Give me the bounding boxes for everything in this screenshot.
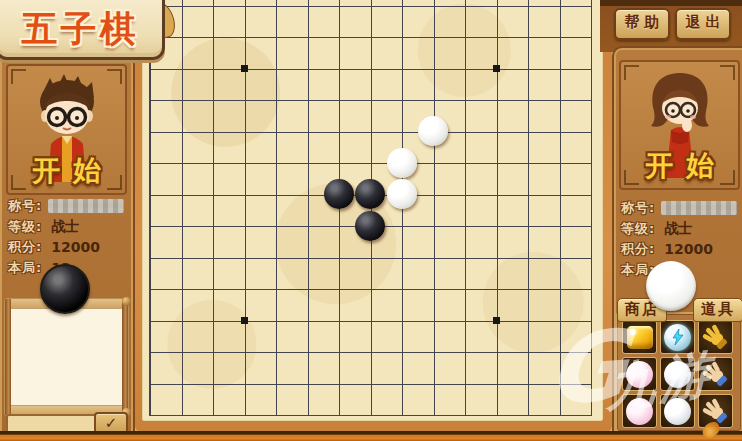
board-cell[interactable] [481, 273, 513, 305]
star-point [241, 317, 248, 324]
censored-player-name [48, 199, 124, 213]
board-cell[interactable] [260, 210, 292, 242]
board-cell[interactable] [166, 305, 198, 337]
board-cell[interactable] [449, 0, 481, 21]
board-cell[interactable] [323, 0, 355, 21]
board-cell[interactable] [229, 368, 261, 400]
item-slot-lightning-stone[interactable] [660, 320, 695, 354]
board-cell[interactable] [512, 305, 544, 337]
board-cell[interactable] [229, 84, 261, 116]
board-cell[interactable] [292, 336, 324, 368]
board-cell[interactable] [512, 399, 544, 431]
board-cell[interactable] [260, 305, 292, 337]
board-cell[interactable] [481, 21, 513, 53]
pink-stone-icon [626, 398, 653, 425]
board-cell[interactable] [292, 21, 324, 53]
board-cell[interactable] [260, 0, 292, 21]
board-cell[interactable] [418, 273, 450, 305]
board-cell[interactable] [544, 84, 576, 116]
board-cell[interactable] [323, 21, 355, 53]
board-cell[interactable] [481, 336, 513, 368]
board-cell[interactable] [355, 21, 387, 53]
board-cell[interactable] [512, 368, 544, 400]
info-value: 战士 [51, 218, 79, 236]
board-cell[interactable] [386, 147, 418, 179]
info-value: 12000 [51, 239, 100, 255]
board-cell[interactable] [449, 179, 481, 211]
board-cell[interactable] [260, 84, 292, 116]
board-cell[interactable] [134, 147, 166, 179]
board-cell[interactable] [292, 210, 324, 242]
right-avatar-frame: 开始 [619, 60, 740, 190]
board-cell[interactable] [449, 273, 481, 305]
right-player-panel: 开始 称号:等级:战士积分:12000本局:13 商店 道具 [612, 46, 742, 434]
board-cell[interactable] [512, 84, 544, 116]
board-cell[interactable] [512, 273, 544, 305]
board-cell[interactable] [418, 0, 450, 21]
board-cell[interactable] [481, 179, 513, 211]
board-cell[interactable] [292, 273, 324, 305]
item-slot-silver-stone[interactable] [660, 394, 695, 428]
board-cell[interactable] [418, 147, 450, 179]
gomoku-game-window: 五子棋 帮助 退出 [0, 0, 742, 441]
board-cell[interactable] [166, 242, 198, 274]
info-label: 称号: [8, 197, 42, 215]
board-cell[interactable] [134, 179, 166, 211]
board-cell[interactable] [481, 0, 513, 21]
board-cell[interactable] [323, 399, 355, 431]
board-cell[interactable] [260, 399, 292, 431]
item-slot-gold-hand[interactable] [698, 320, 733, 354]
board-cell[interactable] [355, 147, 387, 179]
board-cell[interactable] [323, 116, 355, 148]
scroll-rod [5, 299, 11, 415]
board-cell[interactable] [134, 273, 166, 305]
board-cell[interactable] [544, 336, 576, 368]
board-cell[interactable] [544, 273, 576, 305]
scroll-knob [122, 297, 131, 306]
lightning-stone-icon [664, 324, 691, 351]
board-cell[interactable] [544, 242, 576, 274]
board-cell[interactable] [355, 242, 387, 274]
info-label: 等级: [621, 220, 655, 238]
board-cell[interactable] [166, 116, 198, 148]
board-cell[interactable] [481, 242, 513, 274]
board-cell[interactable] [355, 210, 387, 242]
board-cell[interactable] [544, 179, 576, 211]
tab-items[interactable]: 道具 [693, 298, 742, 322]
board-cell[interactable] [166, 147, 198, 179]
board-cell[interactable] [229, 53, 261, 85]
board-cell[interactable] [355, 399, 387, 431]
pink-stone-icon [626, 361, 653, 388]
board-cell[interactable] [292, 305, 324, 337]
top-right-toolbar: 帮助 退出 [600, 0, 742, 52]
item-panel [615, 312, 742, 433]
board-cell[interactable] [323, 84, 355, 116]
board-cell[interactable] [197, 179, 229, 211]
left-avatar-frame: 开始 [6, 64, 127, 195]
board-cell[interactable] [260, 336, 292, 368]
info-label: 积分: [8, 238, 42, 256]
info-label: 称号: [621, 199, 655, 217]
board-cell[interactable] [292, 368, 324, 400]
board-cell[interactable] [418, 116, 450, 148]
board-cell[interactable] [418, 399, 450, 431]
info-value: 12000 [664, 241, 713, 257]
board-cell[interactable] [449, 84, 481, 116]
board-cell[interactable] [386, 0, 418, 21]
board-cell[interactable] [229, 179, 261, 211]
board-cell[interactable] [197, 305, 229, 337]
board-cell[interactable] [512, 210, 544, 242]
item-slot-blue-hand[interactable] [698, 357, 733, 391]
board-cell[interactable] [449, 53, 481, 85]
board-cell[interactable] [544, 21, 576, 53]
board-cell[interactable] [575, 116, 607, 148]
board-cell[interactable] [481, 84, 513, 116]
chat-scroll-panel [4, 298, 129, 416]
board-cell[interactable] [386, 305, 418, 337]
board-cell[interactable] [197, 147, 229, 179]
star-point [493, 65, 500, 72]
board-cell[interactable] [323, 305, 355, 337]
black-stone [355, 179, 385, 209]
board-cell[interactable] [386, 336, 418, 368]
board-cell[interactable] [575, 210, 607, 242]
board-cell[interactable] [449, 147, 481, 179]
board-cell[interactable] [292, 147, 324, 179]
board-cell[interactable] [386, 368, 418, 400]
board-cell[interactable] [386, 399, 418, 431]
board-cell[interactable] [166, 53, 198, 85]
board-cell[interactable] [386, 116, 418, 148]
board-cell[interactable] [575, 399, 607, 431]
board-cell[interactable] [575, 242, 607, 274]
board-cell[interactable] [418, 210, 450, 242]
silver-stone-icon [664, 361, 691, 388]
board-cell[interactable] [544, 116, 576, 148]
white-stone [387, 148, 417, 178]
info-label: 积分: [621, 240, 655, 258]
board-cell[interactable] [512, 147, 544, 179]
board-cell[interactable] [481, 147, 513, 179]
star-point [241, 65, 248, 72]
board-cell[interactable] [544, 305, 576, 337]
board-cell[interactable] [166, 273, 198, 305]
board-cell[interactable] [355, 305, 387, 337]
board-cell[interactable] [418, 179, 450, 211]
board-cell[interactable] [481, 305, 513, 337]
board-cell[interactable] [418, 21, 450, 53]
board-cell[interactable] [229, 336, 261, 368]
board-cell[interactable] [229, 0, 261, 21]
info-label: 等级: [8, 218, 42, 236]
board-cell[interactable] [229, 116, 261, 148]
board-cell[interactable] [292, 84, 324, 116]
board-cell[interactable] [355, 0, 387, 21]
board-cell[interactable] [418, 242, 450, 274]
item-slot-gold-ingot[interactable] [622, 320, 657, 354]
board-cell[interactable] [481, 399, 513, 431]
board-cell[interactable] [355, 53, 387, 85]
black-stone [324, 179, 354, 209]
board-cell[interactable] [449, 336, 481, 368]
board-cell[interactable] [386, 53, 418, 85]
board-cell[interactable] [323, 336, 355, 368]
board-cell[interactable] [355, 116, 387, 148]
board-cell[interactable] [544, 399, 576, 431]
board-cell[interactable] [260, 368, 292, 400]
info-label: 本局: [8, 259, 42, 277]
board-cell[interactable] [197, 116, 229, 148]
board-cell[interactable] [292, 53, 324, 85]
title-banner: 五子棋 [0, 0, 165, 60]
board-cell[interactable] [512, 0, 544, 21]
board-cell[interactable] [481, 116, 513, 148]
board-cell[interactable] [512, 242, 544, 274]
board-cell[interactable] [481, 53, 513, 85]
board-cell[interactable] [575, 147, 607, 179]
board-cell[interactable] [386, 242, 418, 274]
board-cell[interactable] [134, 399, 166, 431]
board-cell[interactable] [197, 0, 229, 21]
board-cell[interactable] [323, 368, 355, 400]
board-cell[interactable] [323, 242, 355, 274]
board-cell[interactable] [575, 273, 607, 305]
board-cell[interactable] [229, 273, 261, 305]
board-cell[interactable] [260, 21, 292, 53]
board-cell[interactable] [449, 242, 481, 274]
board-cell[interactable] [260, 53, 292, 85]
board-cell[interactable] [134, 210, 166, 242]
board-cell[interactable] [418, 84, 450, 116]
board-cell[interactable] [166, 84, 198, 116]
board-cell[interactable] [575, 368, 607, 400]
board-cell[interactable] [197, 21, 229, 53]
board-cell[interactable] [323, 147, 355, 179]
board-cell[interactable] [355, 336, 387, 368]
board-cell[interactable] [197, 368, 229, 400]
item-slot-pink-stone[interactable] [622, 357, 657, 391]
board-cell[interactable] [512, 21, 544, 53]
board-cell[interactable] [292, 0, 324, 21]
white-stone [418, 116, 448, 146]
board-cell[interactable] [229, 210, 261, 242]
board-cell[interactable] [292, 242, 324, 274]
board-cell[interactable] [229, 21, 261, 53]
board-cell[interactable] [229, 305, 261, 337]
board-cell[interactable] [134, 242, 166, 274]
board-cell[interactable] [166, 336, 198, 368]
board-cell[interactable] [355, 273, 387, 305]
left-player-black-stone-indicator [40, 264, 90, 314]
censored-player-name [661, 201, 737, 215]
board-cell[interactable] [512, 336, 544, 368]
silver-stone-icon [664, 398, 691, 425]
item-slot-silver-stone[interactable] [660, 357, 695, 391]
board-cell[interactable] [449, 399, 481, 431]
gomoku-board [134, 0, 607, 431]
board-cell[interactable] [197, 210, 229, 242]
window-bottom-bar [0, 431, 742, 441]
black-stone [355, 211, 385, 241]
board-cell[interactable] [544, 0, 576, 21]
board-cell[interactable] [575, 179, 607, 211]
board-cell[interactable] [323, 179, 355, 211]
board-cell[interactable] [197, 242, 229, 274]
info-row: 等级:战士 [8, 217, 126, 238]
board-cell[interactable] [481, 210, 513, 242]
board-cell[interactable] [449, 305, 481, 337]
right-player-white-stone-indicator [646, 261, 696, 311]
board-cell[interactable] [134, 368, 166, 400]
item-slot-pink-stone[interactable] [622, 394, 657, 428]
board-cell[interactable] [512, 53, 544, 85]
right-start-overlay: 开始 [621, 147, 738, 185]
board-cell[interactable] [481, 368, 513, 400]
board-cell[interactable] [449, 368, 481, 400]
board-cell[interactable] [418, 53, 450, 85]
game-title: 五子棋 [0, 5, 162, 54]
board-cell[interactable] [229, 242, 261, 274]
board-cell[interactable] [386, 179, 418, 211]
board-cell[interactable] [134, 305, 166, 337]
item-grid [622, 320, 733, 428]
board-cell[interactable] [386, 273, 418, 305]
board-cell[interactable] [386, 210, 418, 242]
board-cell[interactable] [575, 84, 607, 116]
board-cell[interactable] [292, 116, 324, 148]
board-cell[interactable] [575, 53, 607, 85]
board-cell[interactable] [260, 242, 292, 274]
board-cell[interactable] [134, 116, 166, 148]
board-cell[interactable] [355, 368, 387, 400]
info-value: 战士 [664, 220, 692, 238]
board-cell[interactable] [260, 273, 292, 305]
board-cell[interactable] [260, 179, 292, 211]
board-cell[interactable] [166, 399, 198, 431]
gold-ingot-icon [627, 326, 653, 349]
board-cell[interactable] [355, 179, 387, 211]
board-cell[interactable] [449, 21, 481, 53]
star-point [493, 317, 500, 324]
board-cell[interactable] [449, 210, 481, 242]
board-cell[interactable] [197, 399, 229, 431]
left-player-panel: 开始 称号:等级:战士积分:12000本局:13 ✓ [0, 54, 135, 434]
board-cell[interactable] [575, 336, 607, 368]
board-cell[interactable] [229, 399, 261, 431]
board-cell[interactable] [418, 336, 450, 368]
board-cell[interactable] [575, 305, 607, 337]
board-cell[interactable] [134, 84, 166, 116]
board-cell[interactable] [544, 147, 576, 179]
board-cell[interactable] [323, 53, 355, 85]
board-cell[interactable] [292, 179, 324, 211]
board-cell[interactable] [260, 116, 292, 148]
board-cell[interactable] [386, 84, 418, 116]
board-cell[interactable] [544, 53, 576, 85]
board-cell[interactable] [197, 84, 229, 116]
exit-button[interactable]: 退出 [675, 8, 731, 40]
info-row: 称号: [621, 198, 739, 219]
board-cell[interactable] [166, 368, 198, 400]
board-cell[interactable] [166, 210, 198, 242]
board-cell[interactable] [166, 179, 198, 211]
board-cell[interactable] [355, 84, 387, 116]
help-button[interactable]: 帮助 [614, 8, 670, 40]
info-row: 等级:战士 [621, 219, 739, 240]
board-cell[interactable] [512, 116, 544, 148]
info-row: 积分:12000 [621, 239, 739, 260]
info-row: 积分:12000 [8, 237, 126, 258]
board-cell[interactable] [544, 210, 576, 242]
board-cell[interactable] [512, 179, 544, 211]
board-cell[interactable] [323, 210, 355, 242]
left-start-overlay: 开始 [8, 152, 125, 190]
board-cell[interactable] [323, 273, 355, 305]
board-cell[interactable] [229, 147, 261, 179]
board-cell[interactable] [418, 305, 450, 337]
board-cell[interactable] [197, 53, 229, 85]
info-row: 称号: [8, 196, 126, 217]
scroll-rod [122, 299, 128, 415]
board-cell[interactable] [544, 368, 576, 400]
board-cell[interactable] [197, 273, 229, 305]
white-stone [387, 179, 417, 209]
board-cell[interactable] [418, 368, 450, 400]
board-cell[interactable] [197, 336, 229, 368]
board-cell[interactable] [260, 147, 292, 179]
board-cell[interactable] [386, 21, 418, 53]
board-cell[interactable] [134, 336, 166, 368]
board-cell[interactable] [449, 116, 481, 148]
board-cell[interactable] [292, 399, 324, 431]
